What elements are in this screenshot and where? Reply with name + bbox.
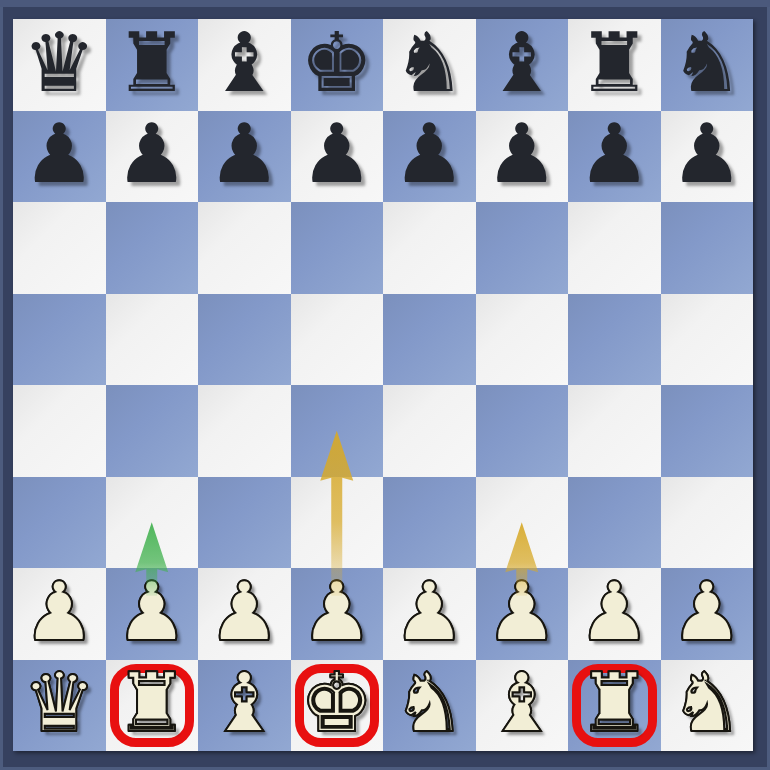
chess-board: ♛♜♝♚♞♝♜♞♟♟♟♟♟♟♟♟♟♟♟♟♟♟♟♟♛♜♝♚♞♝♜♞ (13, 19, 753, 751)
square-b1[interactable]: ♜ (106, 660, 199, 752)
piece-black-rook-b8[interactable]: ♜ (115, 22, 189, 104)
square-f1[interactable]: ♝ (476, 660, 569, 752)
piece-white-pawn-e2[interactable]: ♟ (392, 571, 466, 653)
square-h1[interactable]: ♞ (661, 660, 754, 752)
square-b4[interactable] (106, 385, 199, 477)
square-g7[interactable]: ♟ (568, 111, 661, 203)
piece-white-bishop-f1[interactable]: ♝ (485, 662, 559, 744)
square-a8[interactable]: ♛ (13, 19, 106, 111)
square-d1[interactable]: ♚ (291, 660, 384, 752)
square-h5[interactable] (661, 294, 754, 386)
square-d2[interactable]: ♟ (291, 568, 384, 660)
square-c4[interactable] (198, 385, 291, 477)
piece-black-pawn-a7[interactable]: ♟ (22, 113, 96, 195)
square-h3[interactable] (661, 477, 754, 569)
square-f5[interactable] (476, 294, 569, 386)
piece-white-queen-a1[interactable]: ♛ (22, 662, 96, 744)
square-d6[interactable] (291, 202, 384, 294)
square-b2[interactable]: ♟ (106, 568, 199, 660)
square-e2[interactable]: ♟ (383, 568, 476, 660)
square-g3[interactable] (568, 477, 661, 569)
piece-black-knight-e8[interactable]: ♞ (392, 22, 466, 104)
square-g6[interactable] (568, 202, 661, 294)
square-f6[interactable] (476, 202, 569, 294)
square-c7[interactable]: ♟ (198, 111, 291, 203)
piece-black-rook-g8[interactable]: ♜ (577, 22, 651, 104)
square-a3[interactable] (13, 477, 106, 569)
square-a4[interactable] (13, 385, 106, 477)
square-f4[interactable] (476, 385, 569, 477)
frame-top-bevel (0, 0, 770, 7)
piece-white-bishop-c1[interactable]: ♝ (207, 662, 281, 744)
piece-black-pawn-e7[interactable]: ♟ (392, 113, 466, 195)
square-a6[interactable] (13, 202, 106, 294)
square-h8[interactable]: ♞ (661, 19, 754, 111)
square-e4[interactable] (383, 385, 476, 477)
square-h6[interactable] (661, 202, 754, 294)
piece-black-knight-h8[interactable]: ♞ (670, 22, 744, 104)
piece-black-bishop-c8[interactable]: ♝ (207, 22, 281, 104)
square-d8[interactable]: ♚ (291, 19, 384, 111)
square-f8[interactable]: ♝ (476, 19, 569, 111)
square-h2[interactable]: ♟ (661, 568, 754, 660)
square-c6[interactable] (198, 202, 291, 294)
square-a2[interactable]: ♟ (13, 568, 106, 660)
piece-white-pawn-h2[interactable]: ♟ (670, 571, 744, 653)
square-b6[interactable] (106, 202, 199, 294)
piece-white-pawn-f2[interactable]: ♟ (485, 571, 559, 653)
square-g2[interactable]: ♟ (568, 568, 661, 660)
piece-white-pawn-g2[interactable]: ♟ (577, 571, 651, 653)
square-e5[interactable] (383, 294, 476, 386)
square-b7[interactable]: ♟ (106, 111, 199, 203)
piece-black-bishop-f8[interactable]: ♝ (485, 22, 559, 104)
square-c5[interactable] (198, 294, 291, 386)
square-e7[interactable]: ♟ (383, 111, 476, 203)
square-e1[interactable]: ♞ (383, 660, 476, 752)
square-g1[interactable]: ♜ (568, 660, 661, 752)
square-f7[interactable]: ♟ (476, 111, 569, 203)
piece-white-pawn-a2[interactable]: ♟ (22, 571, 96, 653)
piece-white-king-d1[interactable]: ♚ (300, 662, 374, 744)
square-h7[interactable]: ♟ (661, 111, 754, 203)
piece-white-knight-e1[interactable]: ♞ (392, 662, 466, 744)
piece-black-pawn-d7[interactable]: ♟ (300, 113, 374, 195)
square-g4[interactable] (568, 385, 661, 477)
square-d4[interactable] (291, 385, 384, 477)
piece-white-pawn-c2[interactable]: ♟ (207, 571, 281, 653)
square-a7[interactable]: ♟ (13, 111, 106, 203)
square-e8[interactable]: ♞ (383, 19, 476, 111)
square-b5[interactable] (106, 294, 199, 386)
square-b8[interactable]: ♜ (106, 19, 199, 111)
square-g8[interactable]: ♜ (568, 19, 661, 111)
piece-white-pawn-d2[interactable]: ♟ (300, 571, 374, 653)
square-f3[interactable] (476, 477, 569, 569)
square-d7[interactable]: ♟ (291, 111, 384, 203)
piece-white-rook-g1[interactable]: ♜ (577, 662, 651, 744)
piece-white-rook-b1[interactable]: ♜ (115, 662, 189, 744)
piece-black-pawn-b7[interactable]: ♟ (115, 113, 189, 195)
piece-black-pawn-c7[interactable]: ♟ (207, 113, 281, 195)
square-c3[interactable] (198, 477, 291, 569)
square-b3[interactable] (106, 477, 199, 569)
piece-white-pawn-b2[interactable]: ♟ (115, 571, 189, 653)
square-f2[interactable]: ♟ (476, 568, 569, 660)
square-c8[interactable]: ♝ (198, 19, 291, 111)
piece-black-pawn-f7[interactable]: ♟ (485, 113, 559, 195)
square-a1[interactable]: ♛ (13, 660, 106, 752)
square-e6[interactable] (383, 202, 476, 294)
piece-black-pawn-h7[interactable]: ♟ (670, 113, 744, 195)
square-c2[interactable]: ♟ (198, 568, 291, 660)
square-e3[interactable] (383, 477, 476, 569)
square-h4[interactable] (661, 385, 754, 477)
piece-black-queen-a8[interactable]: ♛ (22, 22, 96, 104)
square-a5[interactable] (13, 294, 106, 386)
piece-black-king-d8[interactable]: ♚ (300, 22, 374, 104)
piece-black-pawn-g7[interactable]: ♟ (577, 113, 651, 195)
chess-board-window: ♛♜♝♚♞♝♜♞♟♟♟♟♟♟♟♟♟♟♟♟♟♟♟♟♛♜♝♚♞♝♜♞ (0, 0, 770, 770)
square-d3[interactable] (291, 477, 384, 569)
square-c1[interactable]: ♝ (198, 660, 291, 752)
piece-white-knight-h1[interactable]: ♞ (670, 662, 744, 744)
square-d5[interactable] (291, 294, 384, 386)
square-g5[interactable] (568, 294, 661, 386)
